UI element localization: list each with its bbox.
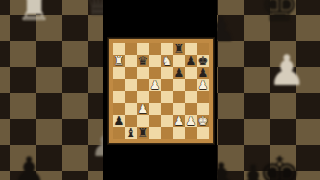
- background-square: [296, 0, 320, 15]
- piece-white-pawn: ♟: [173, 115, 185, 127]
- piece-black-rook: ♜: [173, 43, 185, 55]
- square-c1: ♜: [137, 127, 149, 139]
- square-b7: [125, 55, 137, 67]
- square-a2: ♟: [113, 115, 125, 127]
- square-g6: [185, 67, 197, 79]
- square-b5: [125, 79, 137, 91]
- blurred-black-king-bottom-icon: ♚: [258, 150, 301, 180]
- square-a4: [113, 91, 125, 103]
- square-h5: ♟: [197, 79, 209, 91]
- background-square: [296, 93, 320, 119]
- piece-black-bishop: ♝: [125, 127, 137, 139]
- background-square: [244, 41, 270, 67]
- background-square: [244, 67, 270, 93]
- background-square: [10, 67, 36, 93]
- square-f2: ♟: [173, 115, 185, 127]
- square-f6: ♟: [173, 67, 185, 79]
- square-b4: [125, 91, 137, 103]
- background-square: [0, 15, 10, 41]
- square-a7: ♜: [113, 55, 125, 67]
- background-square: [296, 15, 320, 41]
- square-d1: [149, 127, 161, 139]
- blurred-black-king-top-icon: ♚: [260, 0, 299, 28]
- square-d5: ♟: [149, 79, 161, 91]
- square-h1: [197, 127, 209, 139]
- square-f1: [173, 127, 185, 139]
- square-g1: [185, 127, 197, 139]
- square-a6: [113, 67, 125, 79]
- background-square: [36, 93, 62, 119]
- chess-board-grid: ♜♜♛♞♟♚♟♟♟♟♟♟♟♟♚♝♜: [113, 43, 209, 139]
- piece-white-king: ♚: [197, 115, 209, 127]
- square-g2: ♟: [185, 115, 197, 127]
- square-e6: [161, 67, 173, 79]
- background-square: [36, 119, 62, 145]
- background-square: [10, 119, 36, 145]
- square-b8: [125, 43, 137, 55]
- piece-black-pawn: ♟: [185, 55, 197, 67]
- square-g5: [185, 79, 197, 91]
- square-a5: [113, 79, 125, 91]
- blurred-white-pawn-right-icon: ♟: [268, 50, 306, 92]
- square-c5: [137, 79, 149, 91]
- background-square: [62, 145, 88, 171]
- background-square: [10, 93, 36, 119]
- video-frame[interactable]: ♜♛♚♟♟♟♟♟♟♚ ♜♜♛♞♟♚♟♟♟♟♟♟♟♟♚♝♜: [0, 0, 320, 180]
- square-d2: [149, 115, 161, 127]
- square-d4: [149, 91, 161, 103]
- square-e4: [161, 91, 173, 103]
- square-c7: ♛: [137, 55, 149, 67]
- background-square: [218, 119, 244, 145]
- square-h2: ♚: [197, 115, 209, 127]
- background-square: [10, 41, 36, 67]
- piece-black-pawn: ♟: [173, 67, 185, 79]
- background-square: [244, 93, 270, 119]
- background-square: [62, 93, 88, 119]
- background-square: [62, 67, 88, 93]
- piece-white-pawn: ♟: [185, 115, 197, 127]
- square-c3: ♟: [137, 103, 149, 115]
- background-square: [0, 67, 10, 93]
- piece-black-pawn: ♟: [113, 115, 125, 127]
- background-square: [36, 41, 62, 67]
- square-f5: [173, 79, 185, 91]
- background-square: [296, 119, 320, 145]
- square-e2: [161, 115, 173, 127]
- square-e3: [161, 103, 173, 115]
- square-e5: [161, 79, 173, 91]
- square-c6: [137, 67, 149, 79]
- square-d7: [149, 55, 161, 67]
- piece-white-knight: ♞: [161, 55, 173, 67]
- background-square: [62, 119, 88, 145]
- square-d3: [149, 103, 161, 115]
- background-square: [218, 67, 244, 93]
- background-square: [0, 0, 10, 15]
- background-square: [62, 41, 88, 67]
- blurred-white-rook-icon: ♜: [16, 0, 52, 26]
- square-b6: [125, 67, 137, 79]
- piece-black-queen: ♛: [137, 55, 149, 67]
- square-e1: [161, 127, 173, 139]
- square-b3: [125, 103, 137, 115]
- chess-board: ♜♜♛♞♟♚♟♟♟♟♟♟♟♟♚♝♜: [108, 38, 214, 144]
- background-square: [0, 41, 10, 67]
- square-g4: [185, 91, 197, 103]
- background-square: [218, 93, 244, 119]
- background-square: [0, 145, 10, 171]
- square-a1: [113, 127, 125, 139]
- background-square: [36, 67, 62, 93]
- square-d8: [149, 43, 161, 55]
- background-square: [0, 171, 10, 180]
- piece-white-pawn: ♟: [149, 79, 161, 91]
- square-e7: ♞: [161, 55, 173, 67]
- square-f8: ♜: [173, 43, 185, 55]
- piece-white-rook: ♜: [113, 55, 125, 67]
- background-square: [244, 119, 270, 145]
- background-square: [0, 93, 10, 119]
- square-h4: [197, 91, 209, 103]
- piece-white-pawn: ♟: [137, 103, 149, 115]
- background-square: [0, 119, 10, 145]
- piece-black-rook: ♜: [137, 127, 149, 139]
- background-square: [270, 119, 296, 145]
- piece-white-pawn: ♟: [197, 79, 209, 91]
- square-f4: [173, 91, 185, 103]
- square-b1: ♝: [125, 127, 137, 139]
- blurred-black-pawn-bottom-left-icon: ♟: [12, 152, 46, 180]
- background-square: [62, 171, 88, 180]
- background-square: [270, 93, 296, 119]
- square-g7: ♟: [185, 55, 197, 67]
